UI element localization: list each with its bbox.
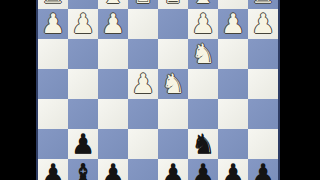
square-b4[interactable] — [218, 69, 248, 99]
letterbox-left-bar — [0, 0, 36, 180]
square-c7[interactable]: ♟ — [188, 159, 218, 180]
square-a5[interactable] — [248, 99, 278, 129]
square-d2[interactable] — [158, 9, 188, 39]
white-knight-piece: ♞ — [191, 39, 215, 69]
black-pawn-piece: ♟ — [191, 159, 215, 180]
square-f3[interactable] — [98, 39, 128, 69]
white-pawn-piece: ♟ — [191, 9, 215, 39]
square-c4[interactable] — [188, 69, 218, 99]
black-pawn-piece: ♟ — [41, 159, 65, 180]
square-c3[interactable]: ♞ — [188, 39, 218, 69]
black-pawn-piece: ♟ — [251, 159, 275, 180]
square-d5[interactable] — [158, 99, 188, 129]
square-a3[interactable] — [248, 39, 278, 69]
square-e5[interactable] — [128, 99, 158, 129]
square-b6[interactable] — [218, 129, 248, 159]
square-b5[interactable] — [218, 99, 248, 129]
square-b1[interactable] — [218, 0, 248, 9]
square-h4[interactable] — [38, 69, 68, 99]
square-g5[interactable] — [68, 99, 98, 129]
square-a1[interactable]: ♜ — [248, 0, 278, 9]
square-f1[interactable]: ♝ — [98, 0, 128, 9]
square-e7[interactable] — [128, 159, 158, 180]
white-bishop-piece: ♝ — [191, 0, 215, 9]
white-king-piece: ♚ — [131, 0, 155, 9]
letterbox-right-bar — [280, 0, 320, 180]
square-f2[interactable]: ♟ — [98, 9, 128, 39]
white-rook-piece: ♜ — [41, 0, 65, 9]
square-e3[interactable] — [128, 39, 158, 69]
square-c5[interactable] — [188, 99, 218, 129]
square-f7[interactable]: ♟ — [98, 159, 128, 180]
white-pawn-piece: ♟ — [71, 9, 95, 39]
white-pawn-piece: ♟ — [41, 9, 65, 39]
square-a2[interactable]: ♟ — [248, 9, 278, 39]
square-f4[interactable] — [98, 69, 128, 99]
black-bishop-piece: ♝ — [71, 159, 95, 180]
square-c2[interactable]: ♟ — [188, 9, 218, 39]
square-g4[interactable] — [68, 69, 98, 99]
white-knight-piece: ♞ — [161, 69, 185, 99]
square-f6[interactable] — [98, 129, 128, 159]
white-pawn-piece: ♟ — [101, 9, 125, 39]
square-c6[interactable]: ♞ — [188, 129, 218, 159]
chess-board: ♜♝♚♛♝♜♟♟♟♟♟♟♞♟♞♟♞♟♝♟♟♟♟♟♜♞♚♛♝♜ — [36, 0, 280, 180]
white-pawn-piece: ♟ — [221, 9, 245, 39]
square-a4[interactable] — [248, 69, 278, 99]
square-h7[interactable]: ♟ — [38, 159, 68, 180]
square-g7[interactable]: ♝ — [68, 159, 98, 180]
square-e2[interactable] — [128, 9, 158, 39]
square-b7[interactable]: ♟ — [218, 159, 248, 180]
square-a7[interactable]: ♟ — [248, 159, 278, 180]
square-g2[interactable]: ♟ — [68, 9, 98, 39]
square-g3[interactable] — [68, 39, 98, 69]
square-d3[interactable] — [158, 39, 188, 69]
black-pawn-piece: ♟ — [101, 159, 125, 180]
video-frame: ♜♝♚♛♝♜♟♟♟♟♟♟♞♟♞♟♞♟♝♟♟♟♟♟♜♞♚♛♝♜ — [0, 0, 320, 180]
square-h3[interactable] — [38, 39, 68, 69]
square-h1[interactable]: ♜ — [38, 0, 68, 9]
square-d1[interactable]: ♛ — [158, 0, 188, 9]
square-d4[interactable]: ♞ — [158, 69, 188, 99]
white-rook-piece: ♜ — [251, 0, 275, 9]
square-e1[interactable]: ♚ — [128, 0, 158, 9]
square-g6[interactable]: ♟ — [68, 129, 98, 159]
black-pawn-piece: ♟ — [161, 159, 185, 180]
black-pawn-piece: ♟ — [221, 159, 245, 180]
square-f5[interactable] — [98, 99, 128, 129]
white-bishop-piece: ♝ — [101, 0, 125, 9]
square-e6[interactable] — [128, 129, 158, 159]
square-a6[interactable] — [248, 129, 278, 159]
square-c1[interactable]: ♝ — [188, 0, 218, 9]
white-pawn-piece: ♟ — [251, 9, 275, 39]
white-queen-piece: ♛ — [161, 0, 185, 9]
square-h5[interactable] — [38, 99, 68, 129]
black-pawn-piece: ♟ — [71, 129, 95, 159]
square-d6[interactable] — [158, 129, 188, 159]
black-knight-piece: ♞ — [191, 129, 215, 159]
square-b3[interactable] — [218, 39, 248, 69]
square-h6[interactable] — [38, 129, 68, 159]
square-b2[interactable]: ♟ — [218, 9, 248, 39]
square-g1[interactable] — [68, 0, 98, 9]
square-h2[interactable]: ♟ — [38, 9, 68, 39]
square-d7[interactable]: ♟ — [158, 159, 188, 180]
square-e4[interactable]: ♟ — [128, 69, 158, 99]
white-pawn-piece: ♟ — [131, 69, 155, 99]
